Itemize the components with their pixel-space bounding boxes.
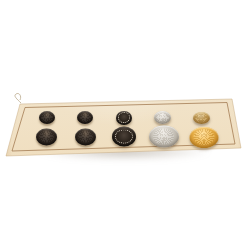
button-r2c4-silver: [149, 126, 179, 148]
photo-scene: [0, 0, 250, 250]
button-slot-r1c1: [28, 104, 67, 131]
button-r1c4-silver: [154, 111, 171, 124]
button-slot-r2c5: [182, 131, 221, 151]
button-r2c2-dark: [75, 128, 96, 145]
button-r1c2-dark: [77, 111, 93, 124]
button-r2c3-dark-dotted: [112, 127, 136, 147]
button-r1c1-dark: [39, 111, 55, 124]
button-slot-r2c1: [28, 131, 67, 151]
button-slot-r2c4: [143, 131, 182, 151]
thread-loop: [15, 93, 21, 103]
button-r2c5-gold: [189, 127, 218, 148]
button-r2c1-dark: [36, 128, 57, 145]
button-r1c5-gold: [193, 112, 210, 124]
button-slot-r2c3: [105, 131, 144, 151]
button-r1c3-dark-dotted: [116, 111, 132, 125]
button-grid: [28, 104, 221, 151]
button-slot-r2c2: [66, 131, 105, 151]
button-slot-r1c2: [66, 104, 105, 131]
